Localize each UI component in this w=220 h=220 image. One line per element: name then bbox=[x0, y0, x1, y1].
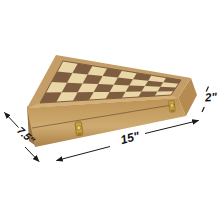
height-label: 2" bbox=[203, 91, 220, 104]
clasp-left bbox=[75, 122, 83, 136]
product-image: 7.5" 15" 2" bbox=[0, 0, 220, 220]
chess-box bbox=[27, 55, 197, 147]
clasp-right bbox=[169, 100, 176, 112]
chess-box-scene bbox=[0, 0, 220, 220]
board-square-dark bbox=[158, 87, 177, 92]
